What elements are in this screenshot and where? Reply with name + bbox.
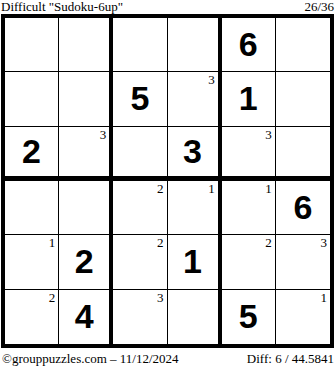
cell-value: [276, 127, 330, 176]
cell-value: [113, 18, 166, 71]
cell-r1c2[interactable]: [59, 18, 113, 72]
cell-r5c4[interactable]: 1: [168, 235, 222, 289]
cell-r6c2[interactable]: 4: [59, 290, 113, 344]
cell-r3c5[interactable]: 3: [222, 127, 276, 181]
cell-r6c3[interactable]: 3: [113, 290, 167, 344]
cell-r2c1[interactable]: [5, 72, 59, 126]
cell-value: [5, 235, 58, 288]
cell-value: [113, 290, 166, 344]
cell-r1c1[interactable]: [5, 18, 59, 72]
cell-value: [5, 18, 58, 71]
cell-value: [59, 127, 109, 176]
cell-value: [168, 181, 218, 234]
cell-value: [168, 72, 218, 125]
page-title: Difficult "Sudoku-6up": [1, 0, 123, 14]
footer-copyright: ©grouppuzzles.com – 11/12/2024: [2, 352, 179, 366]
cell-value: 2: [5, 127, 58, 176]
cell-r5c1[interactable]: 1: [5, 235, 59, 289]
cell-r6c5[interactable]: 5: [222, 290, 276, 344]
cell-r4c5[interactable]: 1: [222, 181, 276, 235]
cell-r4c1[interactable]: [5, 181, 59, 235]
cell-value: 4: [59, 290, 109, 344]
cell-value: [113, 235, 166, 288]
cell-value: [276, 72, 330, 125]
cell-r1c4[interactable]: [168, 18, 222, 72]
cell-value: 3: [168, 127, 218, 176]
cell-value: 1: [168, 235, 218, 288]
cell-value: 2: [59, 235, 109, 288]
cell-value: [113, 127, 166, 176]
cell-r2c4[interactable]: 3: [168, 72, 222, 126]
cell-r3c1[interactable]: 2: [5, 127, 59, 181]
cell-value: [222, 235, 275, 288]
cell-r2c6[interactable]: [276, 72, 330, 126]
footer-difficulty: Diff: 6 / 44.5841: [247, 352, 334, 366]
cell-value: 5: [222, 290, 275, 344]
cell-value: [222, 127, 275, 176]
cell-value: [113, 181, 166, 234]
cell-value: [5, 290, 58, 344]
cell-r3c2[interactable]: 3: [59, 127, 113, 181]
puzzle-page: Difficult "Sudoku-6up" 26/36 65312333211…: [0, 0, 336, 370]
cell-r1c5[interactable]: 6: [222, 18, 276, 72]
givens-counter: 26/36: [304, 0, 334, 14]
cell-r3c6[interactable]: [276, 127, 330, 181]
cell-r2c3[interactable]: 5: [113, 72, 167, 126]
cell-value: 6: [276, 181, 330, 234]
cell-r3c4[interactable]: 3: [168, 127, 222, 181]
cell-value: [222, 181, 275, 234]
sudoku-grid: 65312333211612212324351: [1, 14, 334, 348]
cell-value: [168, 290, 218, 344]
cell-r6c1[interactable]: 2: [5, 290, 59, 344]
cell-r6c6[interactable]: 1: [276, 290, 330, 344]
cell-value: [276, 290, 330, 344]
footer: ©grouppuzzles.com – 11/12/2024 Diff: 6 /…: [2, 352, 334, 366]
header: Difficult "Sudoku-6up" 26/36: [1, 0, 334, 14]
cell-r5c3[interactable]: 2: [113, 235, 167, 289]
cell-r2c2[interactable]: [59, 72, 113, 126]
cell-value: [168, 18, 218, 71]
cell-value: 1: [222, 72, 275, 125]
cell-value: [59, 181, 109, 234]
cell-value: 6: [222, 18, 275, 71]
cell-r1c3[interactable]: [113, 18, 167, 72]
cell-value: [59, 18, 109, 71]
cell-r6c4[interactable]: [168, 290, 222, 344]
cell-r5c6[interactable]: 3: [276, 235, 330, 289]
cell-r4c4[interactable]: 1: [168, 181, 222, 235]
cell-value: [5, 72, 58, 125]
cell-value: [5, 181, 58, 234]
cell-r4c2[interactable]: [59, 181, 113, 235]
cell-r4c3[interactable]: 2: [113, 181, 167, 235]
cell-r5c5[interactable]: 2: [222, 235, 276, 289]
cell-r5c2[interactable]: 2: [59, 235, 113, 289]
cell-value: [59, 72, 109, 125]
cell-r4c6[interactable]: 6: [276, 181, 330, 235]
cell-r3c3[interactable]: [113, 127, 167, 181]
cell-r1c6[interactable]: [276, 18, 330, 72]
cell-value: 5: [113, 72, 166, 125]
cell-value: [276, 235, 330, 288]
cell-r2c5[interactable]: 1: [222, 72, 276, 126]
cell-value: [276, 18, 330, 71]
